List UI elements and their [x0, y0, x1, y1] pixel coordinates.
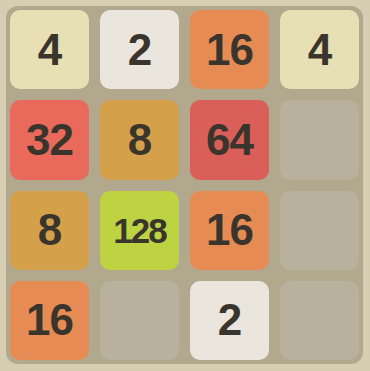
- tile-2-r1c2: 2: [100, 10, 179, 89]
- tile-value: 2: [128, 28, 151, 72]
- tile-value: 64: [206, 118, 253, 162]
- tile-32-r2c1: 32: [10, 100, 89, 179]
- tile-value: 4: [38, 28, 61, 72]
- tile-value: 128: [113, 213, 165, 248]
- tile-value: 16: [206, 208, 253, 252]
- tile-value: 16: [26, 298, 73, 342]
- tile-value: 2: [218, 298, 241, 342]
- tile-value: 8: [38, 208, 61, 252]
- empty-cell-r2c4: [280, 100, 359, 179]
- tile-64-r2c3: 64: [190, 100, 269, 179]
- tile-16-r3c3: 16: [190, 191, 269, 270]
- tile-16-r4c1: 16: [10, 281, 89, 360]
- empty-cell-r4c4: [280, 281, 359, 360]
- tile-8-r2c2: 8: [100, 100, 179, 179]
- tile-value: 32: [26, 118, 73, 162]
- tile-value: 16: [206, 28, 253, 72]
- board-2048[interactable]: 4216432864812816162: [6, 6, 363, 364]
- empty-cell-r4c2: [100, 281, 179, 360]
- tile-value: 8: [128, 118, 151, 162]
- tile-8-r3c1: 8: [10, 191, 89, 270]
- tile-4-r1c4: 4: [280, 10, 359, 89]
- tile-4-r1c1: 4: [10, 10, 89, 89]
- tile-16-r1c3: 16: [190, 10, 269, 89]
- tile-128-r3c2: 128: [100, 191, 179, 270]
- tile-value: 4: [308, 28, 331, 72]
- game-2048-screen: 4216432864812816162: [0, 0, 370, 371]
- empty-cell-r3c4: [280, 191, 359, 270]
- tile-2-r4c3: 2: [190, 281, 269, 360]
